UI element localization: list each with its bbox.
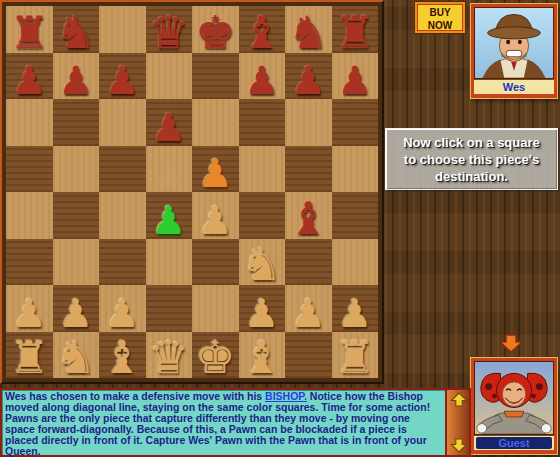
square-b4[interactable] [53, 192, 100, 239]
turn-indicator-arrow-icon [499, 334, 523, 353]
red-knight-g8[interactable]: ♞ [285, 9, 332, 57]
square-a4[interactable] [6, 192, 53, 239]
ghost-destination-pawn-d5[interactable]: ♟ [146, 152, 193, 196]
message-scrollbar [445, 390, 469, 455]
square-a6[interactable] [6, 99, 53, 146]
white-queen-d1[interactable]: ♛ [146, 334, 193, 382]
white-pawn-c2[interactable]: ♟ [99, 292, 146, 336]
square-h1[interactable]: ♜ [332, 332, 379, 379]
square-c2[interactable]: ♟ [99, 285, 146, 332]
square-a3[interactable] [6, 239, 53, 286]
square-f8[interactable]: ♝ [239, 6, 286, 53]
white-knight-b1[interactable]: ♞ [53, 334, 100, 382]
square-e6[interactable] [192, 99, 239, 146]
guest-name-label: Guest [474, 435, 554, 450]
instruction-box: Now click on a square to choose this pie… [385, 128, 558, 190]
chess-board[interactable]: ♜♞♛♚♝♞♜♟♟♟♟♟♟♟♟♟♟♟♝♞♟♟♟♟♟♟♜♞♝♛♚♝♜ [6, 6, 378, 378]
square-f4[interactable] [239, 192, 286, 239]
square-h6[interactable] [332, 99, 379, 146]
square-b1[interactable]: ♞ [53, 332, 100, 379]
player-card-guest: Guest [471, 358, 557, 454]
square-d3[interactable] [146, 239, 193, 286]
square-g1[interactable] [285, 332, 332, 379]
square-e2[interactable] [192, 285, 239, 332]
tutor-message-text: Wes has chosen to make a defensive move … [2, 390, 445, 455]
square-h5[interactable] [332, 146, 379, 193]
player-card-wes: Wes [471, 4, 557, 98]
square-h7[interactable]: ♟ [332, 53, 379, 100]
red-queen-d8[interactable]: ♛ [146, 9, 193, 57]
square-c1[interactable]: ♝ [99, 332, 146, 379]
square-h8[interactable]: ♜ [332, 6, 379, 53]
white-rook-h1[interactable]: ♜ [332, 334, 379, 382]
square-e7[interactable] [192, 53, 239, 100]
red-pawn-f7[interactable]: ♟ [239, 59, 286, 103]
square-f7[interactable]: ♟ [239, 53, 286, 100]
red-knight-b8[interactable]: ♞ [53, 9, 100, 57]
square-e4[interactable]: ♟ [192, 192, 239, 239]
square-h4[interactable] [332, 192, 379, 239]
white-bishop-c1[interactable]: ♝ [99, 334, 146, 382]
game-window: ♜♞♛♚♝♞♜♟♟♟♟♟♟♟♟♟♟♟♝♞♟♟♟♟♟♟♜♞♝♛♚♝♜ BUY NO… [0, 0, 560, 457]
guest-portrait-image [474, 361, 554, 435]
instruction-line1: Now click on a square [386, 134, 557, 151]
square-b6[interactable] [53, 99, 100, 146]
square-g4[interactable]: ♝ [285, 192, 332, 239]
square-b7[interactable]: ♟ [53, 53, 100, 100]
square-a2[interactable]: ♟ [6, 285, 53, 332]
square-c4[interactable] [99, 192, 146, 239]
red-pawn-d6[interactable]: ♟ [146, 106, 193, 150]
red-pawn-c7[interactable]: ♟ [99, 59, 146, 103]
square-g8[interactable]: ♞ [285, 6, 332, 53]
square-a1[interactable]: ♜ [6, 332, 53, 379]
square-c7[interactable]: ♟ [99, 53, 146, 100]
red-pawn-h7[interactable]: ♟ [332, 59, 379, 103]
instruction-line2: to choose this piece's [386, 151, 557, 168]
white-pawn-e4[interactable]: ♟ [192, 199, 239, 243]
white-pawn-b2[interactable]: ♟ [53, 292, 100, 336]
white-pawn-d4[interactable]: ♟ [146, 199, 193, 243]
square-d6[interactable]: ♟ [146, 99, 193, 146]
red-rook-h8[interactable]: ♜ [332, 9, 379, 57]
square-d2[interactable] [146, 285, 193, 332]
square-e1[interactable]: ♚ [192, 332, 239, 379]
square-a7[interactable]: ♟ [6, 53, 53, 100]
square-b8[interactable]: ♞ [53, 6, 100, 53]
white-bishop-f1[interactable]: ♝ [239, 334, 286, 382]
message-after-link: Notice how the Bishop moved along diagon… [5, 390, 430, 457]
square-c3[interactable] [99, 239, 146, 286]
square-f6[interactable] [239, 99, 286, 146]
square-c5[interactable] [99, 146, 146, 193]
square-b2[interactable]: ♟ [53, 285, 100, 332]
tutor-message-box: Wes has chosen to make a defensive move … [0, 388, 471, 457]
square-a5[interactable] [6, 146, 53, 193]
red-bishop-g4[interactable]: ♝ [285, 195, 332, 243]
buy-now-button[interactable]: BUY NOW [415, 2, 465, 33]
square-e5[interactable]: ♟ [192, 146, 239, 193]
square-e3[interactable] [192, 239, 239, 286]
square-g7[interactable]: ♟ [285, 53, 332, 100]
white-pawn-a2[interactable]: ♟ [6, 292, 53, 336]
red-pawn-g7[interactable]: ♟ [285, 59, 332, 103]
square-d8[interactable]: ♛ [146, 6, 193, 53]
square-f2[interactable]: ♟ [239, 285, 286, 332]
square-g6[interactable] [285, 99, 332, 146]
white-rook-a1[interactable]: ♜ [6, 334, 53, 382]
white-knight-f3[interactable]: ♞ [239, 241, 286, 289]
square-d1[interactable]: ♛ [146, 332, 193, 379]
buy-now-line1: BUY [417, 6, 463, 19]
red-pawn-e5[interactable]: ♟ [192, 152, 239, 196]
scroll-up-button[interactable] [450, 392, 468, 407]
square-a8[interactable]: ♜ [6, 6, 53, 53]
red-pawn-b7[interactable]: ♟ [53, 59, 100, 103]
instruction-line3: destination. [386, 168, 557, 185]
square-g2[interactable]: ♟ [285, 285, 332, 332]
square-g3[interactable] [285, 239, 332, 286]
red-pawn-a7[interactable]: ♟ [6, 59, 53, 103]
square-g5[interactable] [285, 146, 332, 193]
scroll-down-button[interactable] [450, 438, 468, 453]
white-king-e1[interactable]: ♚ [192, 334, 239, 382]
square-h2[interactable]: ♟ [332, 285, 379, 332]
square-f5[interactable] [239, 146, 286, 193]
square-h3[interactable] [332, 239, 379, 286]
square-f3[interactable]: ♞ [239, 239, 286, 286]
buy-now-line2: NOW [417, 19, 463, 32]
square-b5[interactable] [53, 146, 100, 193]
square-d5[interactable]: ♟ [146, 146, 193, 193]
square-d4[interactable]: ♟ [146, 192, 193, 239]
white-pawn-f2[interactable]: ♟ [239, 292, 286, 336]
red-rook-a8[interactable]: ♜ [6, 9, 53, 57]
square-c6[interactable] [99, 99, 146, 146]
chess-board-frame: ♜♞♛♚♝♞♜♟♟♟♟♟♟♟♟♟♟♟♝♞♟♟♟♟♟♟♜♞♝♛♚♝♜ [0, 0, 384, 384]
square-b3[interactable] [53, 239, 100, 286]
white-pawn-g2[interactable]: ♟ [285, 292, 332, 336]
white-pawn-h2[interactable]: ♟ [332, 292, 379, 336]
red-bishop-f8[interactable]: ♝ [239, 9, 286, 57]
square-c8[interactable] [99, 6, 146, 53]
square-d7[interactable] [146, 53, 193, 100]
wes-name-label: Wes [474, 79, 554, 94]
square-f1[interactable]: ♝ [239, 332, 286, 379]
wes-portrait-image [474, 7, 554, 79]
square-e8[interactable]: ♚ [192, 6, 239, 53]
red-king-e8[interactable]: ♚ [192, 9, 239, 57]
